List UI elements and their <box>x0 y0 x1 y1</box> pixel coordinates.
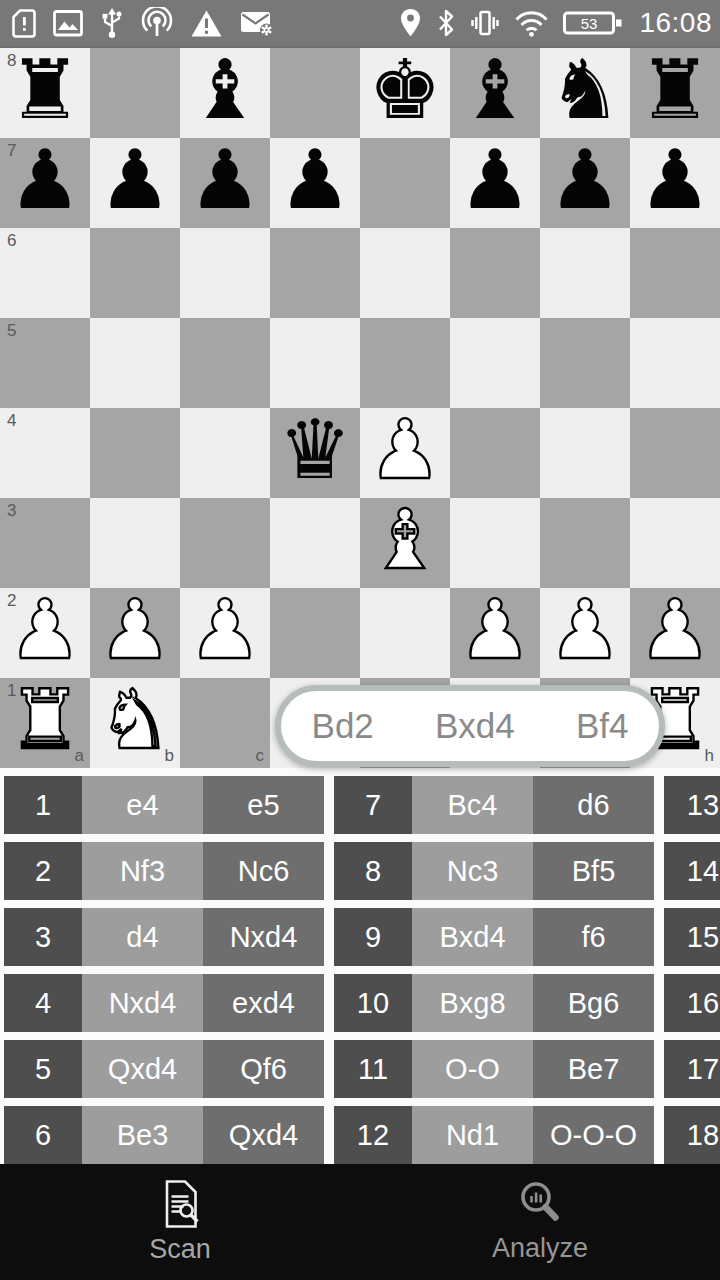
piece-black-bishop: ♝ <box>458 45 532 135</box>
rank-label-5: 5 <box>7 321 16 341</box>
status-icons-right: 53 16:08 <box>399 7 712 39</box>
move-number-cell: 10 <box>334 974 412 1032</box>
move-block: 9Bxd4f6 <box>334 908 654 966</box>
move-block: 15 <box>664 908 720 966</box>
battery-icon: 53 <box>563 9 625 37</box>
square-h8[interactable]: ♜ <box>630 48 720 138</box>
scan-button[interactable]: Scan <box>0 1179 360 1265</box>
square-h3[interactable] <box>630 498 720 588</box>
battery-percent: 53 <box>581 15 598 32</box>
move-block: 7Bc4d6 <box>334 776 654 834</box>
square-d7[interactable]: ♟ <box>270 138 360 228</box>
square-c2[interactable]: ♟ <box>180 588 270 678</box>
move-number-cell: 11 <box>334 1040 412 1098</box>
move-number-cell: 18 <box>664 1106 720 1164</box>
square-h7[interactable]: ♟ <box>630 138 720 228</box>
white-move-cell[interactable]: Bc4 <box>412 776 533 834</box>
piece-black-pawn: ♟ <box>458 135 532 225</box>
move-number-cell: 12 <box>334 1106 412 1164</box>
white-move-cell[interactable]: Nc3 <box>412 842 533 900</box>
square-c5[interactable] <box>180 318 270 408</box>
piece-white-rook: ♜ <box>8 675 82 765</box>
square-f7[interactable]: ♟ <box>450 138 540 228</box>
black-move-cell[interactable]: Qf6 <box>203 1040 324 1098</box>
move-block: 14 <box>664 842 720 900</box>
usb-icon <box>100 7 124 39</box>
square-e8[interactable]: ♚ <box>360 48 450 138</box>
bottom-nav-bar: Scan Analyze <box>0 1164 720 1280</box>
move-block: 8Nc3Bf5 <box>334 842 654 900</box>
square-b4[interactable] <box>90 408 180 498</box>
move-table-row: 6Be3Qxd412Nd1O-O-O18 <box>4 1106 720 1164</box>
move-number-cell: 8 <box>334 842 412 900</box>
square-e6[interactable] <box>360 228 450 318</box>
piece-black-rook: ♜ <box>8 45 82 135</box>
black-move-cell[interactable]: Bg6 <box>533 974 654 1032</box>
move-block: 2Nf3Nc6 <box>4 842 324 900</box>
move-block: 18 <box>664 1106 720 1164</box>
piece-black-pawn: ♟ <box>188 135 262 225</box>
move-block: 4Nxd4exd4 <box>4 974 324 1032</box>
move-table-row: 3d4Nxd49Bxd4f615 <box>4 908 720 966</box>
piece-white-pawn: ♟ <box>98 585 172 675</box>
piece-white-knight: ♞ <box>98 675 172 765</box>
scan-label: Scan <box>149 1234 211 1265</box>
square-h5[interactable] <box>630 318 720 408</box>
square-f3[interactable] <box>450 498 540 588</box>
white-move-cell[interactable]: O-O <box>412 1040 533 1098</box>
move-list-table: 1e4e57Bc4d6132Nf3Nc68Nc3Bf5143d4Nxd49Bxd… <box>0 768 720 1164</box>
piece-black-pawn: ♟ <box>98 135 172 225</box>
square-g3[interactable] <box>540 498 630 588</box>
move-block: 5Qxd4Qf6 <box>4 1040 324 1098</box>
piece-white-pawn: ♟ <box>458 585 532 675</box>
black-move-cell[interactable]: exd4 <box>203 974 324 1032</box>
square-g8[interactable]: ♞ <box>540 48 630 138</box>
square-a1[interactable]: 1a♜ <box>0 678 90 768</box>
square-b2[interactable]: ♟ <box>90 588 180 678</box>
move-block: 13 <box>664 776 720 834</box>
move-suggestion-popup: Bd2 Bxd4 Bf4 <box>275 685 665 767</box>
square-d4[interactable]: ♛ <box>270 408 360 498</box>
piece-black-queen: ♛ <box>278 405 352 495</box>
black-move-cell[interactable]: Qxd4 <box>203 1106 324 1164</box>
square-g2[interactable]: ♟ <box>540 588 630 678</box>
move-number-cell: 4 <box>4 974 82 1032</box>
black-move-cell[interactable]: Nc6 <box>203 842 324 900</box>
hotspot-icon <box>141 7 173 39</box>
square-d5[interactable] <box>270 318 360 408</box>
piece-white-pawn: ♟ <box>638 585 712 675</box>
white-move-cell[interactable]: Bxd4 <box>412 908 533 966</box>
move-number-cell: 14 <box>664 842 720 900</box>
piece-white-pawn: ♟ <box>8 585 82 675</box>
square-a7[interactable]: 7♟ <box>0 138 90 228</box>
sim-alert-icon <box>12 9 36 38</box>
analyze-magnifier-icon <box>517 1180 563 1228</box>
move-number-cell: 17 <box>664 1040 720 1098</box>
move-table-row: 2Nf3Nc68Nc3Bf514 <box>4 842 720 900</box>
move-number-cell: 16 <box>664 974 720 1032</box>
square-e3[interactable]: ♝ <box>360 498 450 588</box>
piece-black-pawn: ♟ <box>638 135 712 225</box>
piece-black-rook: ♜ <box>638 45 712 135</box>
move-number-cell: 2 <box>4 842 82 900</box>
move-block: 16 <box>664 974 720 1032</box>
square-c3[interactable] <box>180 498 270 588</box>
black-move-cell[interactable]: d6 <box>533 776 654 834</box>
move-number-cell: 7 <box>334 776 412 834</box>
square-d6[interactable] <box>270 228 360 318</box>
rank-label-4: 4 <box>7 411 16 431</box>
move-number-cell: 1 <box>4 776 82 834</box>
square-f5[interactable] <box>450 318 540 408</box>
piece-black-bishop: ♝ <box>188 45 262 135</box>
move-block: 11O-OBe7 <box>334 1040 654 1098</box>
file-label-c: c <box>256 746 265 766</box>
move-block: 12Nd1O-O-O <box>334 1106 654 1164</box>
piece-black-pawn: ♟ <box>278 135 352 225</box>
move-block: 1e4e5 <box>4 776 324 834</box>
move-block: 3d4Nxd4 <box>4 908 324 966</box>
square-d3[interactable] <box>270 498 360 588</box>
rank-label-3: 3 <box>7 501 16 521</box>
move-number-cell: 13 <box>664 776 720 834</box>
popup-move-option-1[interactable]: Bd2 <box>312 706 374 746</box>
analyze-label: Analyze <box>492 1233 588 1264</box>
piece-white-pawn: ♟ <box>188 585 262 675</box>
piece-white-bishop: ♝ <box>368 495 442 585</box>
move-block: 6Be3Qxd4 <box>4 1106 324 1164</box>
black-move-cell[interactable]: O-O-O <box>533 1106 654 1164</box>
move-table-row: 4Nxd4exd410Bxg8Bg616 <box>4 974 720 1032</box>
square-g5[interactable] <box>540 318 630 408</box>
square-d2[interactable] <box>270 588 360 678</box>
analyze-button[interactable]: Analyze <box>360 1180 720 1264</box>
white-move-cell[interactable]: e4 <box>82 776 203 834</box>
square-a8[interactable]: 8♜ <box>0 48 90 138</box>
square-a3[interactable]: 3 <box>0 498 90 588</box>
move-table-row: 1e4e57Bc4d613 <box>4 776 720 834</box>
move-number-cell: 3 <box>4 908 82 966</box>
square-f8[interactable]: ♝ <box>450 48 540 138</box>
square-e4[interactable]: ♟ <box>360 408 450 498</box>
square-f2[interactable]: ♟ <box>450 588 540 678</box>
white-move-cell[interactable]: d4 <box>82 908 203 966</box>
square-h4[interactable] <box>630 408 720 498</box>
vibrate-icon <box>470 8 500 38</box>
status-icons-left <box>12 7 273 39</box>
move-block: 17 <box>664 1040 720 1098</box>
chess-board: 8♜♝♚♝♞♜7♟♟♟♟♟♟♟654♛♟3♝2♟♟♟♟♟♟1a♜b♞cdefgh… <box>0 48 720 768</box>
white-move-cell[interactable]: Nf3 <box>82 842 203 900</box>
square-c7[interactable]: ♟ <box>180 138 270 228</box>
status-bar: 53 16:08 <box>0 0 720 48</box>
square-g4[interactable] <box>540 408 630 498</box>
mail-settings-icon <box>240 10 273 37</box>
move-number-cell: 15 <box>664 908 720 966</box>
warning-icon <box>190 9 223 38</box>
piece-white-pawn: ♟ <box>368 405 442 495</box>
square-c4[interactable] <box>180 408 270 498</box>
square-c1[interactable]: c <box>180 678 270 768</box>
square-a5[interactable]: 5 <box>0 318 90 408</box>
white-move-cell[interactable]: Nxd4 <box>82 974 203 1032</box>
black-move-cell[interactable]: e5 <box>203 776 324 834</box>
piece-white-pawn: ♟ <box>548 585 622 675</box>
move-number-cell: 5 <box>4 1040 82 1098</box>
image-icon <box>53 10 83 37</box>
square-g6[interactable] <box>540 228 630 318</box>
square-h6[interactable] <box>630 228 720 318</box>
square-b6[interactable] <box>90 228 180 318</box>
square-b8[interactable] <box>90 48 180 138</box>
move-number-cell: 9 <box>334 908 412 966</box>
popup-move-option-2[interactable]: Bxd4 <box>435 706 515 746</box>
square-h2[interactable]: ♟ <box>630 588 720 678</box>
square-f4[interactable] <box>450 408 540 498</box>
square-a6[interactable]: 6 <box>0 228 90 318</box>
move-table-row: 5Qxd4Qf611O-OBe717 <box>4 1040 720 1098</box>
square-e7[interactable] <box>360 138 450 228</box>
black-move-cell[interactable]: Be7 <box>533 1040 654 1098</box>
square-b7[interactable]: ♟ <box>90 138 180 228</box>
move-block: 10Bxg8Bg6 <box>334 974 654 1032</box>
square-a4[interactable]: 4 <box>0 408 90 498</box>
popup-move-option-3[interactable]: Bf4 <box>576 706 629 746</box>
square-b3[interactable] <box>90 498 180 588</box>
piece-black-king: ♚ <box>368 45 442 135</box>
square-f6[interactable] <box>450 228 540 318</box>
black-move-cell[interactable]: Nxd4 <box>203 908 324 966</box>
rank-label-6: 6 <box>7 231 16 251</box>
black-move-cell[interactable]: Bf5 <box>533 842 654 900</box>
white-move-cell[interactable]: Bxg8 <box>412 974 533 1032</box>
piece-black-knight: ♞ <box>548 45 622 135</box>
clock: 16:08 <box>639 7 712 39</box>
square-c6[interactable] <box>180 228 270 318</box>
piece-black-pawn: ♟ <box>8 135 82 225</box>
square-a2[interactable]: 2♟ <box>0 588 90 678</box>
square-d8[interactable] <box>270 48 360 138</box>
white-move-cell[interactable]: Qxd4 <box>82 1040 203 1098</box>
square-e2[interactable] <box>360 588 450 678</box>
bluetooth-icon <box>436 8 456 38</box>
piece-black-pawn: ♟ <box>548 135 622 225</box>
location-icon <box>399 8 422 38</box>
square-b5[interactable] <box>90 318 180 408</box>
square-g7[interactable]: ♟ <box>540 138 630 228</box>
square-c8[interactable]: ♝ <box>180 48 270 138</box>
black-move-cell[interactable]: f6 <box>533 908 654 966</box>
white-move-cell[interactable]: Be3 <box>82 1106 203 1164</box>
square-b1[interactable]: b♞ <box>90 678 180 768</box>
square-e5[interactable] <box>360 318 450 408</box>
white-move-cell[interactable]: Nd1 <box>412 1106 533 1164</box>
move-number-cell: 6 <box>4 1106 82 1164</box>
wifi-icon <box>514 10 549 37</box>
scan-document-icon <box>158 1179 202 1229</box>
